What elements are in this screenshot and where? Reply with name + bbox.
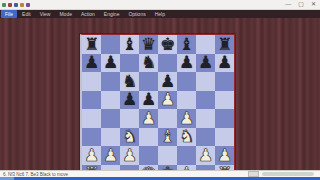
window-controls: — ▢ ✕ [285,0,316,9]
square-b3[interactable] [101,128,120,147]
square-e8[interactable]: ♚ [158,35,177,54]
close-button[interactable]: ✕ [311,0,316,9]
menu-options[interactable]: Options [124,10,149,18]
black-pawn: ♟ [82,54,101,73]
square-g5[interactable] [196,91,215,110]
white-pawn: ♟ [158,91,177,110]
white-pawn: ♟ [215,146,234,165]
status-message: 6. Nf3 Nc6 7. Be3 Black to move [3,172,68,177]
square-f3[interactable]: ♞ [177,128,196,147]
square-e7[interactable] [158,54,177,73]
square-c3[interactable]: ♞ [120,128,139,147]
square-d6[interactable] [139,72,158,91]
square-e4[interactable] [158,109,177,128]
square-a5[interactable] [82,91,101,110]
app-icon[interactable] [2,3,6,7]
titlebar: — ▢ ✕ [0,0,320,10]
square-c7[interactable] [120,54,139,73]
square-g6[interactable] [196,72,215,91]
square-h3[interactable] [215,128,234,147]
square-f7[interactable]: ♟ [177,54,196,73]
black-queen: ♛ [139,35,158,54]
bottom-edge-strip [0,177,320,180]
black-pawn: ♟ [158,72,177,91]
square-d3[interactable] [139,128,158,147]
black-pawn: ♟ [196,54,215,73]
white-bishop: ♝ [158,128,177,147]
white-pawn: ♟ [139,109,158,128]
menu-view[interactable]: View [36,10,55,18]
square-h7[interactable]: ♟ [215,54,234,73]
main-area: ♜♝♛♚♝♜♟♟♞♟♟♟♞♟♟♟♟♟♟♞♝♞♟♟♟♟♟♜♛♚♝♜ [0,18,320,170]
square-b5[interactable] [101,91,120,110]
square-f4[interactable]: ♟ [177,109,196,128]
square-a6[interactable] [82,72,101,91]
square-a4[interactable] [82,109,101,128]
black-pawn: ♟ [139,91,158,110]
square-g3[interactable] [196,128,215,147]
menu-engine[interactable]: Engine [100,10,124,18]
chess-app-window: — ▢ ✕ FileEditViewModeActionEngineOption… [0,0,320,180]
black-king: ♚ [158,35,177,54]
white-knight: ♞ [177,128,196,147]
white-pawn: ♟ [101,146,120,165]
square-c8[interactable]: ♝ [120,35,139,54]
black-bishop: ♝ [177,35,196,54]
square-e3[interactable]: ♝ [158,128,177,147]
square-d4[interactable]: ♟ [139,109,158,128]
minimize-button[interactable]: — [285,0,291,9]
engine-progress-bar [262,172,314,176]
square-a8[interactable]: ♜ [82,35,101,54]
toolbar-icon-purple[interactable] [26,3,30,7]
menu-mode[interactable]: Mode [55,10,76,18]
menu-edit[interactable]: Edit [18,10,35,18]
square-b6[interactable] [101,72,120,91]
black-rook: ♜ [82,35,101,54]
black-pawn: ♟ [120,91,139,110]
square-h6[interactable] [215,72,234,91]
square-d5[interactable]: ♟ [139,91,158,110]
white-knight: ♞ [120,128,139,147]
square-f6[interactable] [177,72,196,91]
chess-board: ♜♝♛♚♝♜♟♟♞♟♟♟♞♟♟♟♟♟♟♞♝♞♟♟♟♟♟♜♛♚♝♜ [80,34,235,180]
menu-file[interactable]: File [1,10,17,18]
square-e6[interactable]: ♟ [158,72,177,91]
square-b7[interactable]: ♟ [101,54,120,73]
menu-help[interactable]: Help [151,10,169,18]
toolbar-icon-red[interactable] [8,3,12,7]
square-g8[interactable] [196,35,215,54]
maximize-button[interactable]: ▢ [298,0,304,9]
white-pawn: ♟ [177,109,196,128]
square-h2[interactable]: ♟ [215,146,234,165]
square-g4[interactable] [196,109,215,128]
white-pawn: ♟ [196,146,215,165]
square-c4[interactable] [120,109,139,128]
square-c5[interactable]: ♟ [120,91,139,110]
status-bar: 6. Nf3 Nc6 7. Be3 Black to move [0,170,320,177]
black-rook: ♜ [215,35,234,54]
black-bishop: ♝ [120,35,139,54]
bottom-edge-accent [0,177,14,180]
square-e5[interactable]: ♟ [158,91,177,110]
square-d2[interactable] [139,146,158,165]
square-f8[interactable]: ♝ [177,35,196,54]
square-a3[interactable] [82,128,101,147]
toolbar-icon-blue[interactable] [14,3,18,7]
square-c2[interactable]: ♟ [120,146,139,165]
square-e2[interactable] [158,146,177,165]
menu-action[interactable]: Action [77,10,99,18]
black-pawn: ♟ [177,54,196,73]
square-c6[interactable]: ♞ [120,72,139,91]
square-f2[interactable] [177,146,196,165]
square-b8[interactable] [101,35,120,54]
square-f5[interactable] [177,91,196,110]
white-pawn: ♟ [82,146,101,165]
square-b2[interactable]: ♟ [101,146,120,165]
toolbar-icon-gold[interactable] [20,3,24,7]
square-g7[interactable]: ♟ [196,54,215,73]
square-h4[interactable] [215,109,234,128]
black-knight: ♞ [139,54,158,73]
black-pawn: ♟ [101,54,120,73]
square-a7[interactable]: ♟ [82,54,101,73]
white-pawn: ♟ [120,146,139,165]
square-a2[interactable]: ♟ [82,146,101,165]
square-d8[interactable]: ♛ [139,35,158,54]
square-h5[interactable] [215,91,234,110]
square-b4[interactable] [101,109,120,128]
menu-bar: FileEditViewModeActionEngineOptionsHelp [0,10,320,18]
square-h8[interactable]: ♜ [215,35,234,54]
black-knight: ♞ [120,72,139,91]
black-pawn: ♟ [215,54,234,73]
square-g2[interactable]: ♟ [196,146,215,165]
titlebar-icon-group [2,3,30,7]
square-d7[interactable]: ♞ [139,54,158,73]
